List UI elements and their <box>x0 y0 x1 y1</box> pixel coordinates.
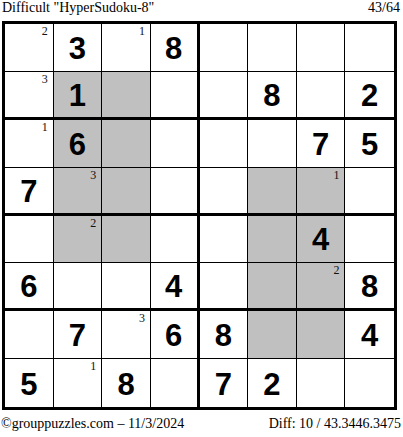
cell-r2c4[interactable] <box>151 72 200 120</box>
cell-r3c6[interactable] <box>248 120 297 168</box>
cell-r8c6: 2 <box>248 359 297 407</box>
cell-r6c2[interactable] <box>54 263 103 311</box>
cell-r8c3: 8 <box>102 359 151 407</box>
cell-r3c1[interactable]: 1 <box>5 120 54 168</box>
cell-r8c1: 5 <box>5 359 54 407</box>
cell-r6c6[interactable] <box>248 263 297 311</box>
given-digit: 5 <box>20 369 37 400</box>
pencil-mark: 2 <box>333 263 339 277</box>
given-digit: 6 <box>20 271 37 302</box>
pencil-mark: 2 <box>90 216 96 230</box>
cell-r5c6[interactable] <box>248 216 297 264</box>
cell-r8c2[interactable]: 1 <box>54 359 103 407</box>
cell-r7c6[interactable] <box>248 311 297 359</box>
cell-r3c5[interactable] <box>200 120 249 168</box>
cell-r6c7[interactable]: 2 <box>297 263 346 311</box>
page-footer: ©grouppuzzles.com – 11/3/2024 Diff: 10 /… <box>0 416 403 437</box>
pencil-mark: 1 <box>333 168 339 182</box>
cell-r2c7[interactable] <box>297 72 346 120</box>
given-digit: 4 <box>361 320 378 351</box>
cell-r1c8[interactable] <box>345 24 394 72</box>
cell-r6c3[interactable] <box>102 263 151 311</box>
given-digit: 8 <box>263 80 280 111</box>
given-digit: 8 <box>361 271 378 302</box>
pencil-mark: 3 <box>139 311 145 325</box>
cell-r5c8[interactable] <box>345 216 394 264</box>
cell-r6c4: 4 <box>151 263 200 311</box>
cell-r8c8[interactable] <box>345 359 394 407</box>
cell-r2c3[interactable] <box>102 72 151 120</box>
pencil-mark: 3 <box>90 168 96 182</box>
given-digit: 8 <box>215 320 232 351</box>
cell-r4c8[interactable] <box>345 168 394 216</box>
cell-r7c1[interactable] <box>5 311 54 359</box>
cell-r1c7[interactable] <box>297 24 346 72</box>
cell-r5c1[interactable] <box>5 216 54 264</box>
sudoku-board: 2318318216757312464287368451872 <box>2 21 397 410</box>
cell-r6c8: 8 <box>345 263 394 311</box>
cell-r1c5[interactable] <box>200 24 249 72</box>
given-digit: 7 <box>69 320 86 351</box>
cell-r1c4: 8 <box>151 24 200 72</box>
remaining-counter: 43/64 <box>368 0 403 16</box>
given-digit: 2 <box>263 369 280 400</box>
given-digit: 7 <box>215 369 232 400</box>
given-digit: 1 <box>69 80 86 111</box>
cell-r3c2: 6 <box>54 120 103 168</box>
cell-r4c6[interactable] <box>248 168 297 216</box>
cell-r5c7: 4 <box>297 216 346 264</box>
cell-r2c2: 1 <box>54 72 103 120</box>
cell-r5c4[interactable] <box>151 216 200 264</box>
cell-r7c2: 7 <box>54 311 103 359</box>
cell-r5c2[interactable]: 2 <box>54 216 103 264</box>
cell-r1c2: 3 <box>54 24 103 72</box>
given-digit: 4 <box>165 271 182 302</box>
page-header: Difficult "HyperSudoku-8" 43/64 <box>0 0 403 20</box>
cell-r2c6: 8 <box>248 72 297 120</box>
cell-r7c4: 6 <box>151 311 200 359</box>
cell-r4c3[interactable] <box>102 168 151 216</box>
given-digit: 5 <box>361 129 378 160</box>
copyright-date: ©grouppuzzles.com – 11/3/2024 <box>0 416 184 432</box>
cell-r3c8: 5 <box>345 120 394 168</box>
given-digit: 7 <box>20 176 37 207</box>
cell-r4c1: 7 <box>5 168 54 216</box>
cell-r7c7[interactable] <box>297 311 346 359</box>
pencil-mark: 2 <box>42 24 48 38</box>
given-digit: 7 <box>312 129 329 160</box>
difficulty-rating: Diff: 10 / 43.3446.3475 <box>269 416 403 432</box>
cell-r8c5: 7 <box>200 359 249 407</box>
cell-r4c2[interactable]: 3 <box>54 168 103 216</box>
cell-r3c3[interactable] <box>102 120 151 168</box>
cell-r4c5[interactable] <box>200 168 249 216</box>
cell-r6c1: 6 <box>5 263 54 311</box>
puzzle-title: Difficult "HyperSudoku-8" <box>0 0 154 16</box>
given-digit: 8 <box>165 33 182 64</box>
cell-r6c5[interactable] <box>200 263 249 311</box>
cell-r7c8: 4 <box>345 311 394 359</box>
cell-r3c4[interactable] <box>151 120 200 168</box>
given-digit: 6 <box>165 320 182 351</box>
cell-r2c5[interactable] <box>200 72 249 120</box>
cell-r1c6[interactable] <box>248 24 297 72</box>
cell-r5c5[interactable] <box>200 216 249 264</box>
given-digit: 6 <box>69 129 86 160</box>
cell-r2c1[interactable]: 3 <box>5 72 54 120</box>
cell-r5c3[interactable] <box>102 216 151 264</box>
given-digit: 4 <box>312 224 329 255</box>
given-digit: 2 <box>361 80 378 111</box>
cell-r7c3[interactable]: 3 <box>102 311 151 359</box>
given-digit: 8 <box>117 369 134 400</box>
cell-r7c5: 8 <box>200 311 249 359</box>
pencil-mark: 1 <box>42 120 48 134</box>
cell-r4c7[interactable]: 1 <box>297 168 346 216</box>
cell-r1c1[interactable]: 2 <box>5 24 54 72</box>
cell-r2c8: 2 <box>345 72 394 120</box>
cell-r3c7: 7 <box>297 120 346 168</box>
cell-r8c7[interactable] <box>297 359 346 407</box>
cell-r8c4[interactable] <box>151 359 200 407</box>
pencil-mark: 3 <box>42 72 48 86</box>
given-digit: 3 <box>69 33 86 64</box>
cell-r4c4[interactable] <box>151 168 200 216</box>
pencil-mark: 1 <box>139 24 145 38</box>
pencil-mark: 1 <box>90 359 96 373</box>
cell-r1c3[interactable]: 1 <box>102 24 151 72</box>
